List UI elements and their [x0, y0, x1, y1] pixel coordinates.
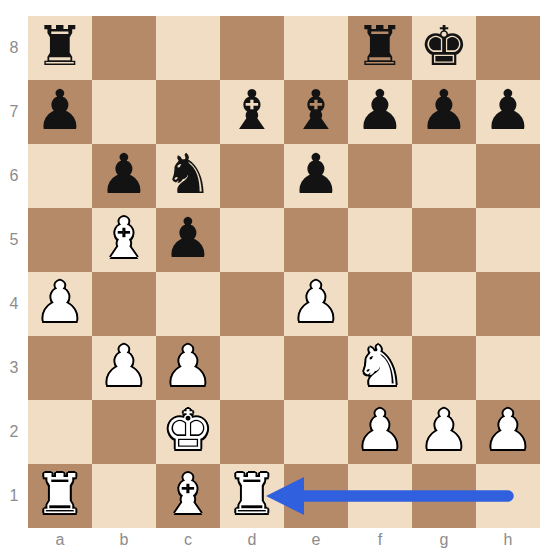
- square-g3[interactable]: [412, 336, 476, 400]
- piece-black-pawn[interactable]: ♟: [291, 142, 340, 206]
- piece-white-king[interactable]: ♚: [163, 398, 212, 462]
- square-f6[interactable]: [348, 144, 412, 208]
- square-a4[interactable]: ♟: [28, 272, 92, 336]
- square-e7[interactable]: ♝: [284, 80, 348, 144]
- piece-white-pawn[interactable]: ♟: [483, 398, 532, 462]
- square-h5[interactable]: [476, 208, 540, 272]
- piece-white-pawn[interactable]: ♟: [99, 334, 148, 398]
- piece-white-pawn[interactable]: ♟: [355, 398, 404, 462]
- piece-black-bishop[interactable]: ♝: [227, 78, 276, 142]
- rank-label-1: 1: [0, 464, 28, 528]
- square-g7[interactable]: ♟: [412, 80, 476, 144]
- square-a3[interactable]: [28, 336, 92, 400]
- file-label-c: c: [156, 529, 220, 554]
- square-c8[interactable]: [156, 16, 220, 80]
- square-c2[interactable]: ♚: [156, 400, 220, 464]
- piece-white-bishop[interactable]: ♝: [163, 462, 212, 526]
- rank-label-7: 7: [0, 80, 28, 144]
- file-label-b: b: [92, 529, 156, 554]
- square-h2[interactable]: ♟: [476, 400, 540, 464]
- chess-board-area: 87654321 ♜♜♚♟♝♝♟♟♟♟♞♟♝♟♟♟♟♟♞♚♟♟♟♜♝♜ abcd…: [0, 0, 556, 554]
- square-f4[interactable]: [348, 272, 412, 336]
- square-d6[interactable]: [220, 144, 284, 208]
- square-g6[interactable]: [412, 144, 476, 208]
- square-b4[interactable]: [92, 272, 156, 336]
- file-label-a: a: [28, 529, 92, 554]
- square-h6[interactable]: [476, 144, 540, 208]
- square-e1[interactable]: [284, 464, 348, 528]
- square-h4[interactable]: [476, 272, 540, 336]
- square-b7[interactable]: [92, 80, 156, 144]
- square-d5[interactable]: [220, 208, 284, 272]
- piece-white-pawn[interactable]: ♟: [35, 270, 84, 334]
- square-c3[interactable]: ♟: [156, 336, 220, 400]
- square-f1[interactable]: [348, 464, 412, 528]
- file-label-f: f: [348, 529, 412, 554]
- piece-white-rook[interactable]: ♜: [35, 462, 84, 526]
- square-c7[interactable]: [156, 80, 220, 144]
- piece-white-rook[interactable]: ♜: [227, 462, 276, 526]
- chess-board[interactable]: ♜♜♚♟♝♝♟♟♟♟♞♟♝♟♟♟♟♟♞♚♟♟♟♜♝♜: [28, 16, 540, 528]
- square-c4[interactable]: [156, 272, 220, 336]
- piece-white-pawn[interactable]: ♟: [291, 270, 340, 334]
- square-c5[interactable]: ♟: [156, 208, 220, 272]
- square-e6[interactable]: ♟: [284, 144, 348, 208]
- square-g5[interactable]: [412, 208, 476, 272]
- square-d1[interactable]: ♜: [220, 464, 284, 528]
- square-b3[interactable]: ♟: [92, 336, 156, 400]
- square-d4[interactable]: [220, 272, 284, 336]
- file-label-d: d: [220, 529, 284, 554]
- rank-labels: 87654321: [0, 16, 28, 528]
- square-f3[interactable]: ♞: [348, 336, 412, 400]
- rank-label-5: 5: [0, 208, 28, 272]
- square-b1[interactable]: [92, 464, 156, 528]
- piece-black-pawn[interactable]: ♟: [99, 142, 148, 206]
- square-d8[interactable]: [220, 16, 284, 80]
- square-f2[interactable]: ♟: [348, 400, 412, 464]
- piece-black-pawn[interactable]: ♟: [419, 78, 468, 142]
- square-d3[interactable]: [220, 336, 284, 400]
- square-c1[interactable]: ♝: [156, 464, 220, 528]
- square-h3[interactable]: [476, 336, 540, 400]
- piece-black-king[interactable]: ♚: [419, 14, 468, 78]
- square-f7[interactable]: ♟: [348, 80, 412, 144]
- square-e2[interactable]: [284, 400, 348, 464]
- square-h7[interactable]: ♟: [476, 80, 540, 144]
- file-label-e: e: [284, 529, 348, 554]
- square-g4[interactable]: [412, 272, 476, 336]
- square-h8[interactable]: [476, 16, 540, 80]
- square-b2[interactable]: [92, 400, 156, 464]
- square-a1[interactable]: ♜: [28, 464, 92, 528]
- rank-label-8: 8: [0, 16, 28, 80]
- piece-black-bishop[interactable]: ♝: [291, 78, 340, 142]
- file-label-h: h: [476, 529, 540, 554]
- square-a7[interactable]: ♟: [28, 80, 92, 144]
- square-f5[interactable]: [348, 208, 412, 272]
- piece-white-bishop[interactable]: ♝: [99, 206, 148, 270]
- square-g2[interactable]: ♟: [412, 400, 476, 464]
- square-e5[interactable]: [284, 208, 348, 272]
- rank-label-6: 6: [0, 144, 28, 208]
- piece-black-pawn[interactable]: ♟: [483, 78, 532, 142]
- piece-white-knight[interactable]: ♞: [355, 334, 404, 398]
- file-label-g: g: [412, 529, 476, 554]
- square-b6[interactable]: ♟: [92, 144, 156, 208]
- rank-label-2: 2: [0, 400, 28, 464]
- piece-white-pawn[interactable]: ♟: [163, 334, 212, 398]
- square-d7[interactable]: ♝: [220, 80, 284, 144]
- square-e3[interactable]: [284, 336, 348, 400]
- square-d2[interactable]: [220, 400, 284, 464]
- rank-label-4: 4: [0, 272, 28, 336]
- square-h1[interactable]: [476, 464, 540, 528]
- square-a8[interactable]: ♜: [28, 16, 92, 80]
- piece-black-knight[interactable]: ♞: [163, 142, 212, 206]
- square-c6[interactable]: ♞: [156, 144, 220, 208]
- square-e4[interactable]: ♟: [284, 272, 348, 336]
- piece-black-pawn[interactable]: ♟: [35, 78, 84, 142]
- piece-white-pawn[interactable]: ♟: [419, 398, 468, 462]
- square-b5[interactable]: ♝: [92, 208, 156, 272]
- piece-black-pawn[interactable]: ♟: [355, 78, 404, 142]
- square-f8[interactable]: ♜: [348, 16, 412, 80]
- square-a6[interactable]: [28, 144, 92, 208]
- piece-black-rook[interactable]: ♜: [355, 14, 404, 78]
- rank-label-3: 3: [0, 336, 28, 400]
- piece-black-rook[interactable]: ♜: [35, 14, 84, 78]
- square-g1[interactable]: [412, 464, 476, 528]
- square-e8[interactable]: [284, 16, 348, 80]
- square-a2[interactable]: [28, 400, 92, 464]
- square-b8[interactable]: [92, 16, 156, 80]
- square-a5[interactable]: [28, 208, 92, 272]
- piece-black-pawn[interactable]: ♟: [163, 206, 212, 270]
- square-g8[interactable]: ♚: [412, 16, 476, 80]
- file-labels: abcdefgh: [28, 529, 540, 554]
